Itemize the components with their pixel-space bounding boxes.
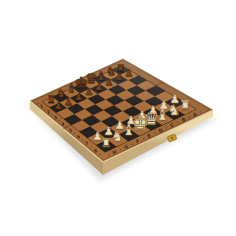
wood-sheen (30, 59, 213, 162)
chess-set-product-photo: HGFEDCBA12345678 ♜♞♟♝♟♛♟♚♟♝♟♞♟♜♟♟♟♟♜♟♞♟♝… (0, 0, 236, 236)
chessboard: HGFEDCBA12345678 (0, 0, 236, 236)
